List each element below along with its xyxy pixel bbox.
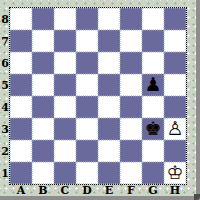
rank-label-5: 5 <box>0 74 10 96</box>
square-a3[interactable] <box>10 118 32 140</box>
square-e1[interactable] <box>98 162 120 184</box>
rank-label-2: 2 <box>0 140 10 162</box>
square-c7[interactable] <box>54 30 76 52</box>
outer-edge-bottom <box>0 196 200 200</box>
square-a2[interactable] <box>10 140 32 162</box>
square-e4[interactable] <box>98 96 120 118</box>
square-h6[interactable] <box>164 52 186 74</box>
square-b8[interactable] <box>32 8 54 30</box>
square-a7[interactable] <box>10 30 32 52</box>
square-h5[interactable] <box>164 74 186 96</box>
square-g2[interactable] <box>142 140 164 162</box>
square-f6[interactable] <box>120 52 142 74</box>
square-h1[interactable]: ♔ <box>164 162 186 184</box>
square-c4[interactable] <box>54 96 76 118</box>
square-e3[interactable] <box>98 118 120 140</box>
square-d2[interactable] <box>76 140 98 162</box>
file-label-a: A <box>10 184 32 196</box>
file-label-g: G <box>142 184 164 196</box>
file-label-c: C <box>54 184 76 196</box>
rank-label-8: 8 <box>0 8 10 30</box>
rank-label-7: 7 <box>0 30 10 52</box>
square-g5[interactable]: ♟ <box>142 74 164 96</box>
square-c2[interactable] <box>54 140 76 162</box>
square-d4[interactable] <box>76 96 98 118</box>
square-g6[interactable] <box>142 52 164 74</box>
square-d8[interactable] <box>76 8 98 30</box>
square-c1[interactable] <box>54 162 76 184</box>
square-g3[interactable]: ♚ <box>142 118 164 140</box>
square-c6[interactable] <box>54 52 76 74</box>
square-d1[interactable] <box>76 162 98 184</box>
square-h8[interactable] <box>164 8 186 30</box>
square-f2[interactable] <box>120 140 142 162</box>
chess-diagram: ♟♚♙♔ 87654321 ABCDEFGH <box>0 0 200 200</box>
black-pawn[interactable]: ♟ <box>144 73 161 95</box>
square-d5[interactable] <box>76 74 98 96</box>
square-e8[interactable] <box>98 8 120 30</box>
file-label-f: F <box>120 184 142 196</box>
rank-label-4: 4 <box>0 96 10 118</box>
square-f5[interactable] <box>120 74 142 96</box>
square-c3[interactable] <box>54 118 76 140</box>
square-e2[interactable] <box>98 140 120 162</box>
square-d6[interactable] <box>76 52 98 74</box>
chess-board[interactable]: ♟♚♙♔ <box>10 8 186 184</box>
square-h4[interactable] <box>164 96 186 118</box>
file-label-b: B <box>32 184 54 196</box>
rank-label-6: 6 <box>0 52 10 74</box>
square-c5[interactable] <box>54 74 76 96</box>
square-a5[interactable] <box>10 74 32 96</box>
square-b5[interactable] <box>32 74 54 96</box>
square-g4[interactable] <box>142 96 164 118</box>
square-e5[interactable] <box>98 74 120 96</box>
square-b1[interactable] <box>32 162 54 184</box>
white-pawn[interactable]: ♙ <box>166 117 183 139</box>
file-label-h: H <box>164 184 186 196</box>
square-g8[interactable] <box>142 8 164 30</box>
square-g1[interactable] <box>142 162 164 184</box>
square-f4[interactable] <box>120 96 142 118</box>
square-c8[interactable] <box>54 8 76 30</box>
square-h7[interactable] <box>164 30 186 52</box>
square-f8[interactable] <box>120 8 142 30</box>
square-f1[interactable] <box>120 162 142 184</box>
square-g7[interactable] <box>142 30 164 52</box>
square-b6[interactable] <box>32 52 54 74</box>
square-b4[interactable] <box>32 96 54 118</box>
square-f7[interactable] <box>120 30 142 52</box>
square-a8[interactable] <box>10 8 32 30</box>
square-a6[interactable] <box>10 52 32 74</box>
square-h2[interactable] <box>164 140 186 162</box>
square-f3[interactable] <box>120 118 142 140</box>
square-e6[interactable] <box>98 52 120 74</box>
square-a4[interactable] <box>10 96 32 118</box>
square-e7[interactable] <box>98 30 120 52</box>
rank-label-3: 3 <box>0 118 10 140</box>
square-d7[interactable] <box>76 30 98 52</box>
rank-label-1: 1 <box>0 162 10 184</box>
white-king[interactable]: ♔ <box>166 161 183 183</box>
square-b3[interactable] <box>32 118 54 140</box>
file-label-e: E <box>98 184 120 196</box>
square-b2[interactable] <box>32 140 54 162</box>
square-h3[interactable]: ♙ <box>164 118 186 140</box>
square-d3[interactable] <box>76 118 98 140</box>
square-a1[interactable] <box>10 162 32 184</box>
square-b7[interactable] <box>32 30 54 52</box>
black-king[interactable]: ♚ <box>144 117 161 139</box>
outer-edge-right <box>196 0 200 200</box>
file-label-d: D <box>76 184 98 196</box>
